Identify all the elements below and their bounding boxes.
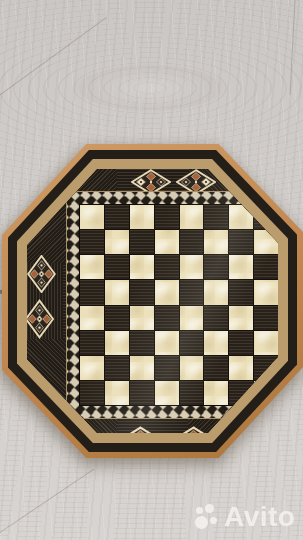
avito-logo-icon [195,503,220,532]
square-c3 [130,331,154,355]
square-e8 [180,205,204,229]
inlay-diamond-motif [283,253,303,291]
inlay-diamond-motif [117,423,164,460]
square-h6 [254,255,278,279]
square-e7 [180,230,204,254]
square-b1 [105,381,129,405]
square-f1 [204,381,228,405]
square-f2 [204,356,228,380]
square-d5 [155,280,179,304]
square-g5 [229,280,253,304]
floor-plank-seam [0,469,94,540]
square-e3 [180,331,204,355]
square-d1 [155,381,179,405]
square-g2 [229,356,253,380]
square-f5 [204,280,228,304]
square-e2 [180,356,204,380]
square-a3 [80,331,104,355]
avito-watermark: Avito [195,500,295,534]
square-d4 [155,306,179,330]
square-b3 [105,331,129,355]
board-pinstripe [17,159,288,443]
square-c1 [130,381,154,405]
checkerboard [79,204,279,406]
square-b5 [105,280,129,304]
square-g3 [229,331,253,355]
square-f3 [204,331,228,355]
square-c5 [130,280,154,304]
square-a8 [80,205,104,229]
square-a5 [80,280,104,304]
square-h3 [254,331,278,355]
square-a6 [80,255,104,279]
square-h1 [254,381,278,405]
inlay-diamond-motif [281,303,303,343]
board-ebony-border [27,169,278,433]
square-c2 [130,356,154,380]
square-f8 [204,205,228,229]
square-b7 [105,230,129,254]
square-h2 [254,356,278,380]
board-outer-dark-band [8,150,297,452]
floor-plank-seam [0,17,107,100]
square-g7 [229,230,253,254]
square-h7 [254,230,278,254]
square-d8 [155,205,179,229]
square-a1 [80,381,104,405]
inlay-diamond-motif [27,255,56,293]
square-b2 [105,356,129,380]
square-c4 [130,306,154,330]
square-g1 [229,381,253,405]
pearl-chain-inlay-band [66,191,292,419]
square-g4 [229,306,253,330]
square-e4 [180,306,204,330]
square-d6 [155,255,179,279]
square-h5 [254,280,278,304]
square-c8 [130,205,154,229]
square-d2 [155,356,179,380]
square-e6 [180,255,204,279]
inlay-diamond-motif [170,423,217,460]
square-e1 [180,381,204,405]
inlay-diamond-motif [25,299,54,339]
square-a4 [80,306,104,330]
square-a7 [80,230,104,254]
square-a2 [80,356,104,380]
square-h4 [254,306,278,330]
square-h8 [254,205,278,229]
chess-board [2,144,303,458]
square-c6 [130,255,154,279]
square-d3 [155,331,179,355]
square-f4 [204,306,228,330]
square-f7 [204,230,228,254]
square-d7 [155,230,179,254]
board-outer-rim [2,144,303,458]
square-b8 [105,205,129,229]
square-f6 [204,255,228,279]
square-b4 [105,306,129,330]
square-g8 [229,205,253,229]
photo-of-chess-board: Avito [0,0,303,540]
avito-watermark-text: Avito [224,503,295,531]
square-c7 [130,230,154,254]
square-e5 [180,280,204,304]
square-b6 [105,255,129,279]
square-g6 [229,255,253,279]
floor-plank-seam [290,0,296,95]
